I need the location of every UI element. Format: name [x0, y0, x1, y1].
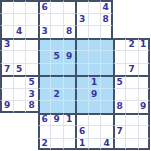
cell-r0c3[interactable]: 6	[38, 0, 51, 13]
cell-r5c8-overlap[interactable]	[100, 63, 113, 76]
cell-r11c5[interactable]	[63, 138, 76, 151]
cell-r3c2[interactable]	[25, 38, 38, 51]
cell-r11c7[interactable]	[88, 138, 101, 151]
outside-void-r10c0	[0, 125, 13, 138]
cell-r9c8[interactable]	[100, 113, 113, 126]
cell-r10c3[interactable]	[38, 125, 51, 138]
cell-r4c10[interactable]	[125, 50, 138, 63]
cell-r2c7[interactable]	[88, 25, 101, 38]
cell-r6c7-overlap[interactable]: 1	[88, 75, 101, 88]
cell-r2c6[interactable]	[75, 25, 88, 38]
cell-r1c3[interactable]	[38, 13, 51, 26]
cell-r3c3-overlap[interactable]	[38, 38, 51, 51]
cell-r3c5-overlap[interactable]	[63, 38, 76, 51]
cell-r0c8[interactable]: 4	[100, 0, 113, 13]
cell-r3c11[interactable]: 1	[138, 38, 151, 51]
cell-r4c1[interactable]	[13, 50, 26, 63]
cell-r8c7-overlap[interactable]	[88, 100, 101, 113]
cell-r7c1[interactable]	[13, 88, 26, 101]
cell-r0c6[interactable]	[75, 0, 88, 13]
outside-void-r10c1	[13, 125, 26, 138]
cell-r3c6-overlap[interactable]	[75, 38, 88, 51]
cell-r11c8[interactable]: 4	[100, 138, 113, 151]
cell-r9c6[interactable]	[75, 113, 88, 126]
cell-r8c11[interactable]: 9	[138, 100, 151, 113]
cell-r11c6[interactable]: 1	[75, 138, 88, 151]
cell-r7c2[interactable]: 3	[25, 88, 38, 101]
cell-r2c5[interactable]: 8	[63, 25, 76, 38]
cell-r1c2[interactable]	[25, 13, 38, 26]
cell-r5c9[interactable]	[113, 63, 126, 76]
cell-r9c7[interactable]	[88, 113, 101, 126]
cell-r10c8[interactable]	[100, 125, 113, 138]
cell-r6c5-overlap[interactable]	[63, 75, 76, 88]
cell-r0c2[interactable]	[25, 0, 38, 13]
cell-r7c0[interactable]	[0, 88, 13, 101]
cell-r10c4[interactable]	[50, 125, 63, 138]
cell-r5c0[interactable]: 7	[0, 63, 13, 76]
cell-r3c8-overlap[interactable]	[100, 38, 113, 51]
cell-r5c3-overlap[interactable]	[38, 63, 51, 76]
outside-void-r1c10	[125, 13, 138, 26]
cell-r5c11[interactable]	[138, 63, 151, 76]
cell-r0c0[interactable]	[0, 0, 13, 13]
cell-r6c4-overlap[interactable]	[50, 75, 63, 88]
outside-void-r1c11	[138, 13, 151, 26]
cell-r4c6-overlap[interactable]	[75, 50, 88, 63]
cell-r8c4-overlap[interactable]	[50, 100, 63, 113]
cell-r9c10[interactable]	[125, 113, 138, 126]
cell-r2c3[interactable]: 3	[38, 25, 51, 38]
cell-r8c2[interactable]: 8	[25, 100, 38, 113]
cell-r4c5-overlap[interactable]: 9	[63, 50, 76, 63]
cell-r10c6[interactable]: 6	[75, 125, 88, 138]
cell-r9c5[interactable]: 1	[63, 113, 76, 126]
cell-r4c7-overlap[interactable]	[88, 50, 101, 63]
cell-r7c8-overlap[interactable]	[100, 88, 113, 101]
outside-void-r2c9	[113, 25, 126, 38]
cell-r0c7[interactable]	[88, 0, 101, 13]
cell-r4c0[interactable]	[0, 50, 13, 63]
cell-r5c5-overlap[interactable]	[63, 63, 76, 76]
cell-r4c4-overlap[interactable]: 5	[50, 50, 63, 63]
cell-r1c0[interactable]	[0, 13, 13, 26]
cell-r10c9[interactable]: 7	[113, 125, 126, 138]
outside-void-r2c11	[138, 25, 151, 38]
cell-r8c9[interactable]: 8	[113, 100, 126, 113]
cell-r8c3-overlap[interactable]	[38, 100, 51, 113]
cell-r5c7-overlap[interactable]	[88, 63, 101, 76]
sudoku-board: 643843832159757515329988969167214	[0, 0, 150, 150]
cell-r2c0[interactable]	[0, 25, 13, 38]
cell-r11c9[interactable]	[113, 138, 126, 151]
outside-void-r9c0	[0, 113, 13, 126]
cell-r11c3[interactable]: 2	[38, 138, 51, 151]
cell-r7c10[interactable]	[125, 88, 138, 101]
cell-r9c9[interactable]	[113, 113, 126, 126]
cell-r8c8-overlap[interactable]	[100, 100, 113, 113]
cell-r3c10[interactable]: 2	[125, 38, 138, 51]
cell-r8c6-overlap[interactable]	[75, 100, 88, 113]
cell-r1c5[interactable]	[63, 13, 76, 26]
cell-r10c11[interactable]	[138, 125, 151, 138]
cell-r5c6-overlap[interactable]	[75, 63, 88, 76]
cell-r2c1[interactable]: 4	[13, 25, 26, 38]
outside-void-r0c11	[138, 0, 151, 13]
cell-r3c7-overlap[interactable]	[88, 38, 101, 51]
cell-r4c11[interactable]	[138, 50, 151, 63]
cell-r4c9[interactable]	[113, 50, 126, 63]
cell-r8c10[interactable]	[125, 100, 138, 113]
cell-r3c4-overlap[interactable]	[50, 38, 63, 51]
cell-r7c3-overlap[interactable]	[38, 88, 51, 101]
cell-r9c11[interactable]	[138, 113, 151, 126]
outside-void-r11c1	[13, 138, 26, 151]
cell-r5c4-overlap[interactable]	[50, 63, 63, 76]
cell-r8c5-overlap[interactable]	[63, 100, 76, 113]
cell-r6c9[interactable]: 5	[113, 75, 126, 88]
cell-r0c1[interactable]	[13, 0, 26, 13]
outside-void-r2c10	[125, 25, 138, 38]
cell-r11c4[interactable]	[50, 138, 63, 151]
outside-void-r0c10	[125, 0, 138, 13]
cell-r3c1[interactable]	[13, 38, 26, 51]
cell-r6c0[interactable]	[0, 75, 13, 88]
cell-r6c11[interactable]	[138, 75, 151, 88]
cell-r2c8[interactable]	[100, 25, 113, 38]
cell-r1c7[interactable]	[88, 13, 101, 26]
cell-r7c4-overlap[interactable]: 2	[50, 88, 63, 101]
cell-r9c3[interactable]: 6	[38, 113, 51, 126]
cell-r6c3-overlap[interactable]	[38, 75, 51, 88]
cell-r11c10[interactable]	[125, 138, 138, 151]
outside-void-r11c0	[0, 138, 13, 151]
cell-r6c1[interactable]	[13, 75, 26, 88]
cell-r5c10[interactable]: 7	[125, 63, 138, 76]
cell-r7c9[interactable]	[113, 88, 126, 101]
cell-r10c10[interactable]	[125, 125, 138, 138]
outside-void-r10c2	[25, 125, 38, 138]
cell-r7c5-overlap[interactable]	[63, 88, 76, 101]
cell-r5c1[interactable]: 5	[13, 63, 26, 76]
cell-r4c8-overlap[interactable]	[100, 50, 113, 63]
cell-r8c1[interactable]	[13, 100, 26, 113]
cell-r2c2[interactable]	[25, 25, 38, 38]
cell-r1c4[interactable]	[50, 13, 63, 26]
outside-void-r9c1	[13, 113, 26, 126]
cell-r4c2[interactable]	[25, 50, 38, 63]
cell-r0c5[interactable]	[63, 0, 76, 13]
cell-r1c1[interactable]	[13, 13, 26, 26]
cell-r9c4[interactable]: 9	[50, 113, 63, 126]
cell-r3c0[interactable]: 3	[0, 38, 13, 51]
cell-r6c10[interactable]	[125, 75, 138, 88]
cell-r0c4[interactable]	[50, 0, 63, 13]
cell-r7c11[interactable]	[138, 88, 151, 101]
cell-r6c2[interactable]: 5	[25, 75, 38, 88]
outside-void-r0c9	[113, 0, 126, 13]
outside-void-r1c9	[113, 13, 126, 26]
cell-r11c11[interactable]	[138, 138, 151, 151]
cell-r1c6[interactable]: 3	[75, 13, 88, 26]
cell-r6c6-overlap[interactable]	[75, 75, 88, 88]
cell-r2c4[interactable]	[50, 25, 63, 38]
cell-r10c5[interactable]	[63, 125, 76, 138]
cell-r8c0[interactable]: 9	[0, 100, 13, 113]
cell-r7c7-overlap[interactable]: 9	[88, 88, 101, 101]
cell-r4c3-overlap[interactable]	[38, 50, 51, 63]
outside-void-r11c2	[25, 138, 38, 151]
cell-r10c7[interactable]	[88, 125, 101, 138]
cell-r3c9[interactable]	[113, 38, 126, 51]
cell-r5c2[interactable]	[25, 63, 38, 76]
outside-void-r9c2	[25, 113, 38, 126]
cell-r7c6-overlap[interactable]	[75, 88, 88, 101]
cell-r1c8[interactable]: 8	[100, 13, 113, 26]
cell-r6c8-overlap[interactable]	[100, 75, 113, 88]
